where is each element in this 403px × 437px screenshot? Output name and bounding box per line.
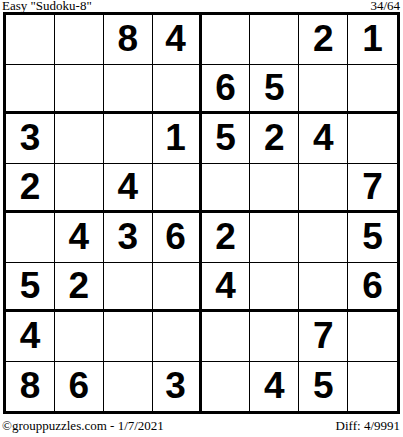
cell-r4c4-empty[interactable]: [153, 164, 202, 214]
cell-r4c2-empty[interactable]: [55, 164, 104, 214]
cell-r6c7-empty[interactable]: [299, 263, 348, 313]
copyright-text: ©grouppuzzles.com - 1/7/2021: [2, 419, 164, 433]
cell-r5c8-given-5[interactable]: 5: [348, 213, 397, 263]
cell-r2c5-given-6[interactable]: 6: [202, 65, 251, 115]
difficulty-text: Diff: 4/9991: [336, 419, 400, 433]
cell-r6c3-empty[interactable]: [104, 263, 153, 313]
cell-r5c1-empty[interactable]: [6, 213, 55, 263]
cell-r6c5-given-4[interactable]: 4: [202, 263, 251, 313]
footer: ©grouppuzzles.com - 1/7/2021 Diff: 4/999…: [2, 419, 400, 433]
cell-r2c8-empty[interactable]: [348, 65, 397, 115]
cell-r1c8-given-1[interactable]: 1: [348, 15, 397, 65]
cell-r2c7-empty[interactable]: [299, 65, 348, 115]
empty-cell-count: 34/64: [370, 0, 400, 12]
cell-r3c2-empty[interactable]: [55, 114, 104, 164]
sudoku-board: 842165315242474362552464786345: [3, 12, 400, 414]
cell-r8c5-empty[interactable]: [202, 362, 251, 412]
cell-r8c3-empty[interactable]: [104, 362, 153, 412]
cell-r8c7-given-5[interactable]: 5: [299, 362, 348, 412]
cell-r5c6-empty[interactable]: [250, 213, 299, 263]
cell-r5c2-given-4[interactable]: 4: [55, 213, 104, 263]
cell-r7c2-empty[interactable]: [55, 312, 104, 362]
cell-r2c4-empty[interactable]: [153, 65, 202, 115]
cell-r6c6-empty[interactable]: [250, 263, 299, 313]
cell-r3c4-given-1[interactable]: 1: [153, 114, 202, 164]
cell-r7c4-empty[interactable]: [153, 312, 202, 362]
cell-r1c6-empty[interactable]: [250, 15, 299, 65]
cell-r3c1-given-3[interactable]: 3: [6, 114, 55, 164]
cell-r7c8-empty[interactable]: [348, 312, 397, 362]
cell-r5c7-empty[interactable]: [299, 213, 348, 263]
cell-r6c2-given-2[interactable]: 2: [55, 263, 104, 313]
cell-r8c4-given-3[interactable]: 3: [153, 362, 202, 412]
cell-r1c5-empty[interactable]: [202, 15, 251, 65]
cell-r8c1-given-8[interactable]: 8: [6, 362, 55, 412]
puzzle-page: Easy "Sudoku-8" 34/64 842165315242474362…: [0, 0, 403, 437]
cell-r1c3-given-8[interactable]: 8: [104, 15, 153, 65]
cell-r8c2-given-6[interactable]: 6: [55, 362, 104, 412]
cell-r3c5-given-5[interactable]: 5: [202, 114, 251, 164]
cell-r4c1-given-2[interactable]: 2: [6, 164, 55, 214]
cell-r7c7-given-7[interactable]: 7: [299, 312, 348, 362]
puzzle-title: Easy "Sudoku-8": [2, 0, 92, 12]
cell-r5c4-given-6[interactable]: 6: [153, 213, 202, 263]
cell-r4c5-empty[interactable]: [202, 164, 251, 214]
cell-r2c1-empty[interactable]: [6, 65, 55, 115]
cell-r7c3-empty[interactable]: [104, 312, 153, 362]
cell-r7c1-given-4[interactable]: 4: [6, 312, 55, 362]
cell-r3c3-empty[interactable]: [104, 114, 153, 164]
cell-r6c1-given-5[interactable]: 5: [6, 263, 55, 313]
cell-r6c4-empty[interactable]: [153, 263, 202, 313]
cell-r1c1-empty[interactable]: [6, 15, 55, 65]
cell-r3c7-given-4[interactable]: 4: [299, 114, 348, 164]
cell-r2c3-empty[interactable]: [104, 65, 153, 115]
cell-r7c5-empty[interactable]: [202, 312, 251, 362]
cell-r5c3-given-3[interactable]: 3: [104, 213, 153, 263]
cell-r2c6-given-5[interactable]: 5: [250, 65, 299, 115]
header: Easy "Sudoku-8" 34/64: [2, 0, 400, 12]
cell-r8c6-given-4[interactable]: 4: [250, 362, 299, 412]
cell-r7c6-empty[interactable]: [250, 312, 299, 362]
cell-r6c8-given-6[interactable]: 6: [348, 263, 397, 313]
cell-r1c2-empty[interactable]: [55, 15, 104, 65]
cell-r8c8-empty[interactable]: [348, 362, 397, 412]
cell-r2c2-empty[interactable]: [55, 65, 104, 115]
cell-r1c4-given-4[interactable]: 4: [153, 15, 202, 65]
cell-r3c6-given-2[interactable]: 2: [250, 114, 299, 164]
cell-r4c6-empty[interactable]: [250, 164, 299, 214]
cell-r5c5-given-2[interactable]: 2: [202, 213, 251, 263]
cell-r4c7-empty[interactable]: [299, 164, 348, 214]
cell-r4c3-given-4[interactable]: 4: [104, 164, 153, 214]
cell-r1c7-given-2[interactable]: 2: [299, 15, 348, 65]
cell-r4c8-given-7[interactable]: 7: [348, 164, 397, 214]
cell-r3c8-empty[interactable]: [348, 114, 397, 164]
